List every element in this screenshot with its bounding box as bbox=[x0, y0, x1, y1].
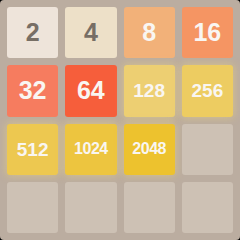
tile-2: 2 bbox=[7, 7, 58, 58]
tile-4: 4 bbox=[65, 7, 116, 58]
tile-256: 256 bbox=[182, 65, 233, 116]
tile-64: 64 bbox=[65, 65, 116, 116]
tile-8: 8 bbox=[124, 7, 175, 58]
empty-cell bbox=[7, 182, 58, 233]
tile-512: 512 bbox=[7, 124, 58, 175]
empty-cell bbox=[65, 182, 116, 233]
empty-cell bbox=[182, 124, 233, 175]
tile-32: 32 bbox=[7, 65, 58, 116]
tile-1024: 1024 bbox=[65, 124, 116, 175]
empty-cell bbox=[182, 182, 233, 233]
tile-2048: 2048 bbox=[124, 124, 175, 175]
tile-16: 16 bbox=[182, 7, 233, 58]
board-2048[interactable]: 24816326412825651210242048 bbox=[0, 0, 240, 240]
empty-cell bbox=[124, 182, 175, 233]
tile-128: 128 bbox=[124, 65, 175, 116]
